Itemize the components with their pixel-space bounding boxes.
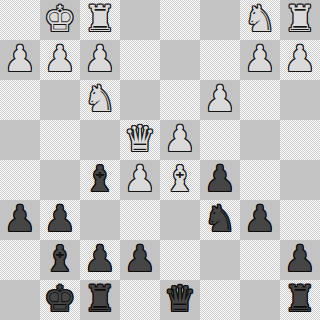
black-pawn-piece[interactable]: ♟ (244, 200, 276, 239)
square-f8[interactable]: ♜ (80, 280, 120, 320)
square-c6[interactable]: ♞ (200, 200, 240, 240)
white-rook-piece[interactable]: ♜ (284, 0, 316, 39)
square-g6[interactable]: ♟ (40, 200, 80, 240)
square-b1[interactable]: ♞ (240, 0, 280, 40)
square-a8[interactable]: ♜ (280, 280, 320, 320)
square-e4[interactable]: ♛ (120, 120, 160, 160)
square-h3[interactable] (0, 80, 40, 120)
white-pawn-piece[interactable]: ♟ (244, 40, 276, 79)
square-c8[interactable] (200, 280, 240, 320)
black-pawn-piece[interactable]: ♟ (124, 240, 156, 279)
square-d5[interactable]: ♝ (160, 160, 200, 200)
white-pawn-piece[interactable]: ♟ (124, 160, 156, 199)
black-bishop-piece[interactable]: ♝ (44, 240, 76, 279)
chess-board-window: ♚♜♞♜♟♟♟♟♟♞♟♛♟♝♟♝♟♟♟♞♟♝♟♟♟♚♜♛♜ (0, 0, 320, 320)
square-d3[interactable] (160, 80, 200, 120)
square-f1[interactable]: ♜ (80, 0, 120, 40)
square-h6[interactable]: ♟ (0, 200, 40, 240)
black-pawn-piece[interactable]: ♟ (284, 240, 316, 279)
square-h7[interactable] (0, 240, 40, 280)
square-f7[interactable]: ♟ (80, 240, 120, 280)
black-knight-piece[interactable]: ♞ (204, 200, 236, 239)
square-b3[interactable] (240, 80, 280, 120)
square-h1[interactable] (0, 0, 40, 40)
square-a3[interactable] (280, 80, 320, 120)
black-queen-piece[interactable]: ♛ (164, 280, 196, 319)
square-d1[interactable] (160, 0, 200, 40)
white-knight-piece[interactable]: ♞ (244, 0, 276, 39)
square-c3[interactable]: ♟ (200, 80, 240, 120)
square-g1[interactable]: ♚ (40, 0, 80, 40)
square-g2[interactable]: ♟ (40, 40, 80, 80)
white-pawn-piece[interactable]: ♟ (164, 120, 196, 159)
square-g4[interactable] (40, 120, 80, 160)
square-c7[interactable] (200, 240, 240, 280)
square-f5[interactable]: ♝ (80, 160, 120, 200)
square-g8[interactable]: ♚ (40, 280, 80, 320)
square-e7[interactable]: ♟ (120, 240, 160, 280)
white-pawn-piece[interactable]: ♟ (4, 40, 36, 79)
black-rook-piece[interactable]: ♜ (284, 280, 316, 319)
square-h8[interactable] (0, 280, 40, 320)
square-b7[interactable] (240, 240, 280, 280)
white-rook-piece[interactable]: ♜ (84, 0, 116, 39)
square-a4[interactable] (280, 120, 320, 160)
square-b8[interactable] (240, 280, 280, 320)
black-pawn-piece[interactable]: ♟ (44, 200, 76, 239)
white-pawn-piece[interactable]: ♟ (204, 80, 236, 119)
square-g7[interactable]: ♝ (40, 240, 80, 280)
black-pawn-piece[interactable]: ♟ (84, 240, 116, 279)
square-h5[interactable] (0, 160, 40, 200)
white-pawn-piece[interactable]: ♟ (284, 40, 316, 79)
square-d2[interactable] (160, 40, 200, 80)
black-king-piece[interactable]: ♚ (44, 280, 76, 319)
chess-board: ♚♜♞♜♟♟♟♟♟♞♟♛♟♝♟♝♟♟♟♞♟♝♟♟♟♚♜♛♜ (0, 0, 320, 320)
white-knight-piece[interactable]: ♞ (84, 80, 116, 119)
square-a1[interactable]: ♜ (280, 0, 320, 40)
black-rook-piece[interactable]: ♜ (84, 280, 116, 319)
square-f2[interactable]: ♟ (80, 40, 120, 80)
square-d7[interactable] (160, 240, 200, 280)
square-d8[interactable]: ♛ (160, 280, 200, 320)
black-bishop-piece[interactable]: ♝ (84, 160, 116, 199)
square-e1[interactable] (120, 0, 160, 40)
square-c1[interactable] (200, 0, 240, 40)
square-f4[interactable] (80, 120, 120, 160)
white-queen-piece[interactable]: ♛ (124, 120, 156, 159)
square-g5[interactable] (40, 160, 80, 200)
black-pawn-piece[interactable]: ♟ (204, 160, 236, 199)
square-e3[interactable] (120, 80, 160, 120)
square-h4[interactable] (0, 120, 40, 160)
square-b5[interactable] (240, 160, 280, 200)
square-b4[interactable] (240, 120, 280, 160)
black-pawn-piece[interactable]: ♟ (4, 200, 36, 239)
square-d6[interactable] (160, 200, 200, 240)
square-b2[interactable]: ♟ (240, 40, 280, 80)
square-d4[interactable]: ♟ (160, 120, 200, 160)
white-bishop-piece[interactable]: ♝ (164, 160, 196, 199)
white-king-piece[interactable]: ♚ (44, 0, 76, 39)
square-c5[interactable]: ♟ (200, 160, 240, 200)
square-h2[interactable]: ♟ (0, 40, 40, 80)
white-pawn-piece[interactable]: ♟ (44, 40, 76, 79)
square-e8[interactable] (120, 280, 160, 320)
square-e2[interactable] (120, 40, 160, 80)
square-e5[interactable]: ♟ (120, 160, 160, 200)
square-c4[interactable] (200, 120, 240, 160)
square-e6[interactable] (120, 200, 160, 240)
square-a7[interactable]: ♟ (280, 240, 320, 280)
square-g3[interactable] (40, 80, 80, 120)
square-a2[interactable]: ♟ (280, 40, 320, 80)
square-b6[interactable]: ♟ (240, 200, 280, 240)
square-f6[interactable] (80, 200, 120, 240)
square-f3[interactable]: ♞ (80, 80, 120, 120)
square-a5[interactable] (280, 160, 320, 200)
white-pawn-piece[interactable]: ♟ (84, 40, 116, 79)
square-a6[interactable] (280, 200, 320, 240)
square-c2[interactable] (200, 40, 240, 80)
